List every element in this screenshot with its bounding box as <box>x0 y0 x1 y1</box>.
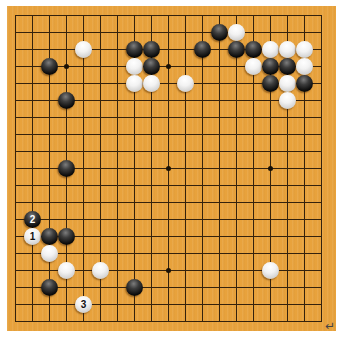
stone-white <box>58 262 75 279</box>
stone-black <box>228 41 245 58</box>
stone-white <box>262 262 279 279</box>
stone-black <box>194 41 211 58</box>
stone-black <box>262 58 279 75</box>
stone-black <box>41 228 58 245</box>
stone-white <box>75 41 92 58</box>
stone-black <box>211 24 228 41</box>
star-point <box>166 166 171 171</box>
stone-black <box>245 41 262 58</box>
document-page: 213 ↵ <box>0 0 342 340</box>
stone-white <box>245 58 262 75</box>
stone-white <box>41 245 58 262</box>
move-number-label: 2 <box>30 214 36 224</box>
move-number-label: 3 <box>81 299 87 309</box>
stone-white <box>126 58 143 75</box>
stone-black <box>143 58 160 75</box>
stone-black <box>58 160 75 177</box>
stone-black <box>279 58 296 75</box>
stone-white <box>126 75 143 92</box>
stone-white <box>143 75 160 92</box>
stone-white <box>296 58 313 75</box>
stone-white <box>177 75 194 92</box>
move-number-label: 1 <box>30 231 36 241</box>
go-board-image[interactable]: 213 <box>7 6 336 331</box>
stone-black <box>41 58 58 75</box>
stone-white <box>92 262 109 279</box>
stone-white <box>228 24 245 41</box>
stone-white: 1 <box>24 228 41 245</box>
board-grid: 213 <box>15 15 322 322</box>
stone-white <box>279 41 296 58</box>
stone-white: 3 <box>75 296 92 313</box>
stone-black <box>126 41 143 58</box>
star-point <box>268 166 273 171</box>
stone-white <box>262 41 279 58</box>
star-point <box>64 64 69 69</box>
stone-black <box>58 228 75 245</box>
stone-black: 2 <box>24 211 41 228</box>
stone-black <box>296 75 313 92</box>
stone-black <box>262 75 279 92</box>
star-point <box>166 64 171 69</box>
stone-white <box>296 41 313 58</box>
stone-black <box>143 41 160 58</box>
stone-black <box>126 279 143 296</box>
stone-black <box>41 279 58 296</box>
stone-black <box>58 92 75 109</box>
line-break-mark: ↵ <box>325 320 335 332</box>
star-point <box>166 268 171 273</box>
stone-white <box>279 92 296 109</box>
stone-white <box>279 75 296 92</box>
